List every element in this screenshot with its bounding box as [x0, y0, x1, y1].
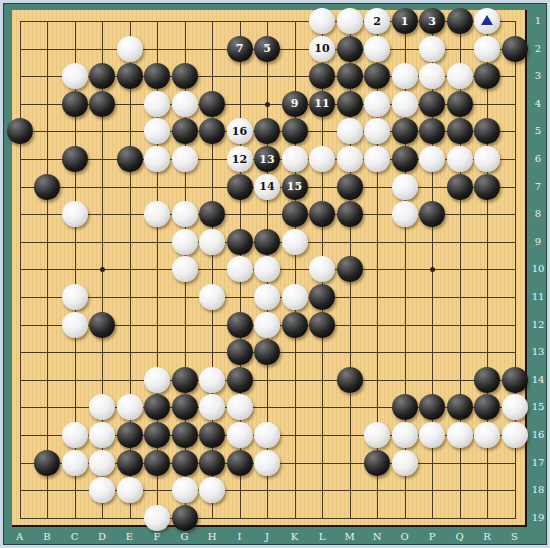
stone-I17[interactable] [227, 450, 253, 476]
stone-R15[interactable] [474, 394, 500, 420]
stone-F5[interactable] [144, 118, 170, 144]
coord-label-row-6: 6 [535, 154, 541, 164]
coord-label-col-C: C [71, 532, 79, 542]
goban[interactable]: 21375109111612131415 [12, 10, 527, 527]
stone-G5[interactable] [172, 118, 198, 144]
coord-label-row-4: 4 [535, 99, 541, 109]
stone-L11[interactable] [309, 284, 335, 310]
stone-G14[interactable] [172, 367, 198, 393]
stone-S15[interactable] [502, 394, 528, 420]
coord-label-col-P: P [429, 532, 436, 542]
stone-P15[interactable] [419, 394, 445, 420]
stone-H17[interactable] [199, 450, 225, 476]
stone-M8[interactable] [337, 201, 363, 227]
stone-F6[interactable] [144, 146, 170, 172]
stone-I12[interactable] [227, 312, 253, 338]
stone-I16[interactable] [227, 422, 253, 448]
stone-H4[interactable] [199, 91, 225, 117]
stone-C17[interactable] [62, 450, 88, 476]
stone-G19[interactable] [172, 505, 198, 531]
stone-I5[interactable]: 16 [227, 118, 253, 144]
stone-F19[interactable] [144, 505, 170, 531]
stone-K7[interactable]: 15 [282, 174, 308, 200]
stone-R3[interactable] [474, 63, 500, 89]
stone-C3[interactable] [62, 63, 88, 89]
coord-label-col-I: I [238, 532, 242, 542]
stone-J6[interactable]: 13 [254, 146, 280, 172]
stone-O17[interactable] [392, 450, 418, 476]
stone-O5[interactable] [392, 118, 418, 144]
coord-label-row-15: 15 [532, 402, 545, 412]
move-number-label: 5 [263, 43, 271, 54]
stone-M6[interactable] [337, 146, 363, 172]
coord-label-row-7: 7 [535, 182, 541, 192]
stone-P2[interactable] [419, 36, 445, 62]
coord-label-col-K: K [291, 532, 298, 542]
move-number-label: 1 [401, 16, 409, 27]
stone-L6[interactable] [309, 146, 335, 172]
stone-N17[interactable] [364, 450, 390, 476]
coord-label-col-A: A [16, 532, 23, 542]
stone-K9[interactable] [282, 229, 308, 255]
stone-M5[interactable] [337, 118, 363, 144]
stone-P8[interactable] [419, 201, 445, 227]
stone-M3[interactable] [337, 63, 363, 89]
stone-F15[interactable] [144, 394, 170, 420]
move-number-label: 12 [232, 154, 247, 165]
coord-label-col-R: R [483, 532, 491, 542]
stone-H18[interactable] [199, 477, 225, 503]
coord-label-row-14: 14 [532, 375, 545, 385]
coord-label-row-16: 16 [532, 430, 545, 440]
coord-label-col-J: J [265, 532, 269, 542]
move-number-label: 9 [291, 98, 299, 109]
stone-J7[interactable]: 14 [254, 174, 280, 200]
coord-label-row-9: 9 [535, 237, 541, 247]
stone-P4[interactable] [419, 91, 445, 117]
stone-Q3[interactable] [447, 63, 473, 89]
stone-P5[interactable] [419, 118, 445, 144]
stone-I7[interactable] [227, 174, 253, 200]
go-app-window: 21375109111612131415 ABCDEFGHIJKLMNOPQRS… [0, 0, 550, 548]
stone-P16[interactable] [419, 422, 445, 448]
stone-L10[interactable] [309, 256, 335, 282]
stone-F17[interactable] [144, 450, 170, 476]
stone-D4[interactable] [89, 91, 115, 117]
stone-L12[interactable] [309, 312, 335, 338]
stone-E16[interactable] [117, 422, 143, 448]
move-number-label: 7 [236, 43, 244, 54]
stone-Q16[interactable] [447, 422, 473, 448]
stone-J9[interactable] [254, 229, 280, 255]
stone-O15[interactable] [392, 394, 418, 420]
stone-K11[interactable] [282, 284, 308, 310]
stone-J17[interactable] [254, 450, 280, 476]
stone-R7[interactable] [474, 174, 500, 200]
stone-G17[interactable] [172, 450, 198, 476]
triangle-marker-icon [481, 15, 493, 25]
stone-Q1[interactable] [447, 8, 473, 34]
stone-L1[interactable] [309, 8, 335, 34]
stone-O3[interactable] [392, 63, 418, 89]
stone-H9[interactable] [199, 229, 225, 255]
stone-K8[interactable] [282, 201, 308, 227]
stone-K6[interactable] [282, 146, 308, 172]
stone-M7[interactable] [337, 174, 363, 200]
stone-Q5[interactable] [447, 118, 473, 144]
stone-M1[interactable] [337, 8, 363, 34]
star-point [430, 267, 435, 272]
coord-label-row-18: 18 [532, 485, 545, 495]
stone-H14[interactable] [199, 367, 225, 393]
stone-B7[interactable] [34, 174, 60, 200]
coord-label-col-D: D [98, 532, 106, 542]
stone-M10[interactable] [337, 256, 363, 282]
stone-D17[interactable] [89, 450, 115, 476]
stone-O1[interactable]: 1 [392, 8, 418, 34]
stone-G4[interactable] [172, 91, 198, 117]
stone-I6[interactable]: 12 [227, 146, 253, 172]
stone-R16[interactable] [474, 422, 500, 448]
coord-label-row-11: 11 [532, 292, 545, 302]
stone-F3[interactable] [144, 63, 170, 89]
stone-D3[interactable] [89, 63, 115, 89]
star-point [265, 102, 270, 107]
stone-J2[interactable]: 5 [254, 36, 280, 62]
coord-label-row-1: 1 [535, 16, 541, 26]
stone-H16[interactable] [199, 422, 225, 448]
stone-G6[interactable] [172, 146, 198, 172]
coord-label-row-2: 2 [535, 44, 541, 54]
stone-A5[interactable] [7, 118, 33, 144]
stone-I14[interactable] [227, 367, 253, 393]
stone-H5[interactable] [199, 118, 225, 144]
stone-C16[interactable] [62, 422, 88, 448]
stone-E15[interactable] [117, 394, 143, 420]
stone-G16[interactable] [172, 422, 198, 448]
move-number-label: 10 [314, 43, 329, 54]
coord-label-row-5: 5 [535, 126, 541, 136]
stone-N1[interactable]: 2 [364, 8, 390, 34]
stone-E3[interactable] [117, 63, 143, 89]
coord-label-col-N: N [373, 532, 382, 542]
stone-F4[interactable] [144, 91, 170, 117]
stone-F8[interactable] [144, 201, 170, 227]
stone-O6[interactable] [392, 146, 418, 172]
stone-F16[interactable] [144, 422, 170, 448]
stone-C8[interactable] [62, 201, 88, 227]
move-number-label: 16 [232, 126, 247, 137]
coord-label-row-8: 8 [535, 209, 541, 219]
stone-M4[interactable] [337, 91, 363, 117]
stone-I9[interactable] [227, 229, 253, 255]
stone-S2[interactable] [502, 36, 528, 62]
stone-G8[interactable] [172, 201, 198, 227]
stone-E17[interactable] [117, 450, 143, 476]
coord-label-row-17: 17 [532, 458, 545, 468]
stone-M14[interactable] [337, 367, 363, 393]
stone-J13[interactable] [254, 339, 280, 365]
stone-B17[interactable] [34, 450, 60, 476]
stone-I2[interactable]: 7 [227, 36, 253, 62]
stone-R6[interactable] [474, 146, 500, 172]
stone-R5[interactable] [474, 118, 500, 144]
stone-I10[interactable] [227, 256, 253, 282]
stone-J16[interactable] [254, 422, 280, 448]
stone-L8[interactable] [309, 201, 335, 227]
stone-L3[interactable] [309, 63, 335, 89]
move-number-label: 2 [373, 16, 381, 27]
stone-R2[interactable] [474, 36, 500, 62]
coord-label-col-F: F [154, 532, 161, 542]
stone-J11[interactable] [254, 284, 280, 310]
stone-I15[interactable] [227, 394, 253, 420]
stone-F14[interactable] [144, 367, 170, 393]
stone-E2[interactable] [117, 36, 143, 62]
coord-label-col-L: L [319, 532, 326, 542]
stone-N16[interactable] [364, 422, 390, 448]
stone-G15[interactable] [172, 394, 198, 420]
stone-G9[interactable] [172, 229, 198, 255]
stone-J12[interactable] [254, 312, 280, 338]
stone-Q4[interactable] [447, 91, 473, 117]
stone-S14[interactable] [502, 367, 528, 393]
stone-J10[interactable] [254, 256, 280, 282]
stone-G10[interactable] [172, 256, 198, 282]
stone-E18[interactable] [117, 477, 143, 503]
stone-D16[interactable] [89, 422, 115, 448]
star-point [100, 267, 105, 272]
stone-H8[interactable] [199, 201, 225, 227]
coord-label-row-19: 19 [532, 513, 545, 523]
stone-C12[interactable] [62, 312, 88, 338]
stone-N5[interactable] [364, 118, 390, 144]
stone-K4[interactable]: 9 [282, 91, 308, 117]
stone-P6[interactable] [419, 146, 445, 172]
stone-O8[interactable] [392, 201, 418, 227]
stone-N3[interactable] [364, 63, 390, 89]
coord-label-row-12: 12 [532, 320, 545, 330]
stone-R1[interactable] [474, 8, 500, 34]
coord-label-col-Q: Q [455, 532, 463, 542]
stone-M2[interactable] [337, 36, 363, 62]
stone-C11[interactable] [62, 284, 88, 310]
coord-label-row-10: 10 [532, 264, 545, 274]
stone-Q6[interactable] [447, 146, 473, 172]
stone-J5[interactable] [254, 118, 280, 144]
move-number-label: 13 [259, 154, 274, 165]
stone-K5[interactable] [282, 118, 308, 144]
stone-L2[interactable]: 10 [309, 36, 335, 62]
stone-Q15[interactable] [447, 394, 473, 420]
stone-D15[interactable] [89, 394, 115, 420]
stone-G18[interactable] [172, 477, 198, 503]
stone-P1[interactable]: 3 [419, 8, 445, 34]
coord-label-row-13: 13 [532, 347, 545, 357]
stone-O4[interactable] [392, 91, 418, 117]
coord-label-col-H: H [208, 532, 217, 542]
stone-P3[interactable] [419, 63, 445, 89]
stone-I13[interactable] [227, 339, 253, 365]
stone-N2[interactable] [364, 36, 390, 62]
coord-label-col-G: G [181, 532, 189, 542]
stone-O16[interactable] [392, 422, 418, 448]
stone-G3[interactable] [172, 63, 198, 89]
stone-Q7[interactable] [447, 174, 473, 200]
coord-label-col-E: E [126, 532, 133, 542]
move-number-label: 11 [314, 98, 329, 109]
move-number-label: 14 [259, 181, 274, 192]
stone-H11[interactable] [199, 284, 225, 310]
stone-K12[interactable] [282, 312, 308, 338]
stone-H15[interactable] [199, 394, 225, 420]
stone-D18[interactable] [89, 477, 115, 503]
stone-O7[interactable] [392, 174, 418, 200]
move-number-label: 3 [428, 16, 436, 27]
stone-C6[interactable] [62, 146, 88, 172]
coord-label-row-3: 3 [535, 71, 541, 81]
coord-label-col-O: O [400, 532, 408, 542]
coord-label-col-S: S [511, 532, 518, 542]
stone-C4[interactable] [62, 91, 88, 117]
stone-N6[interactable] [364, 146, 390, 172]
stone-D12[interactable] [89, 312, 115, 338]
coord-label-col-M: M [344, 532, 354, 542]
stone-S16[interactable] [502, 422, 528, 448]
stone-L4[interactable]: 11 [309, 91, 335, 117]
move-number-label: 15 [287, 181, 302, 192]
coord-label-col-B: B [43, 532, 50, 542]
stone-R14[interactable] [474, 367, 500, 393]
stone-E6[interactable] [117, 146, 143, 172]
stone-N4[interactable] [364, 91, 390, 117]
